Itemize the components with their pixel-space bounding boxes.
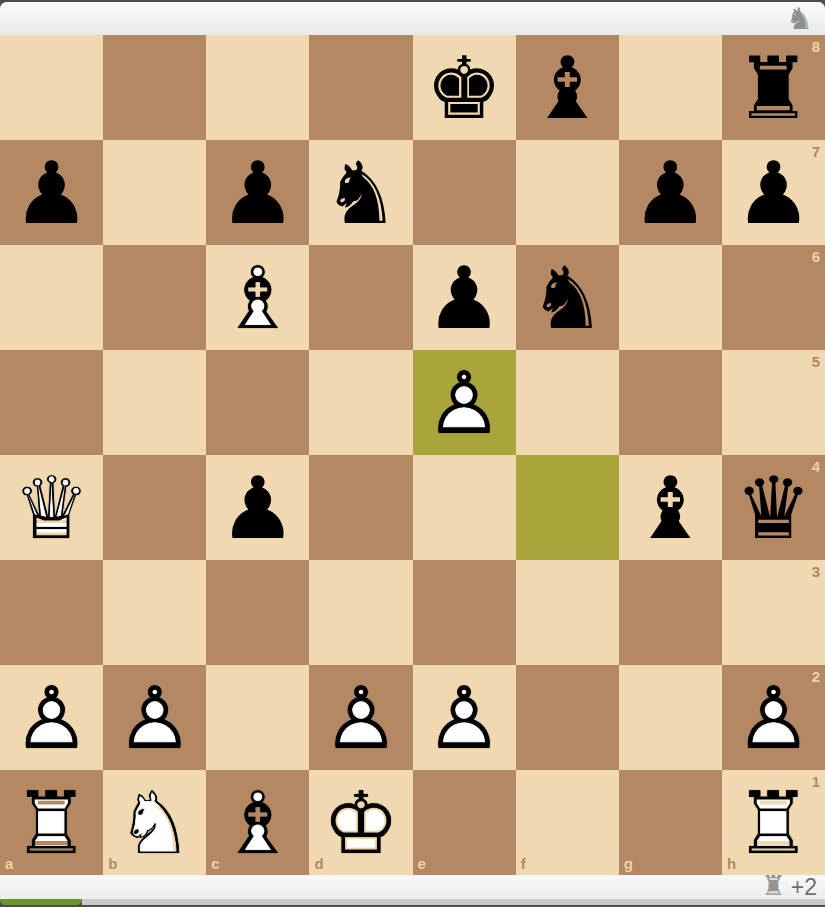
square-e4[interactable] — [413, 455, 516, 560]
square-f7[interactable] — [516, 140, 619, 245]
square-e6[interactable]: ♟ — [413, 245, 516, 350]
square-f1[interactable]: f — [516, 770, 619, 875]
white-piece-outline: ♔ — [322, 780, 399, 866]
progress-strip-gray — [82, 899, 825, 905]
white-rook[interactable]: ♜♖ — [0, 770, 103, 875]
square-c8[interactable] — [206, 35, 309, 140]
square-b1[interactable]: b♞♘ — [103, 770, 206, 875]
square-a2[interactable]: ♟♙ — [0, 665, 103, 770]
square-d6[interactable] — [309, 245, 412, 350]
black-piece-body: ♟ — [426, 255, 503, 341]
opponent-bar: ♞ — [0, 2, 825, 35]
square-c4[interactable]: ♟ — [206, 455, 309, 560]
white-piece-outline: ♙ — [426, 360, 503, 446]
square-a4[interactable]: ♛♕ — [0, 455, 103, 560]
white-piece-outline: ♕ — [13, 465, 90, 551]
square-d5[interactable] — [309, 350, 412, 455]
square-b4[interactable] — [103, 455, 206, 560]
square-h1[interactable]: 1h♜♖ — [722, 770, 825, 875]
square-a6[interactable] — [0, 245, 103, 350]
black-pawn[interactable]: ♟ — [413, 245, 516, 350]
progress-strip-green — [0, 899, 82, 905]
white-queen[interactable]: ♛♕ — [0, 455, 103, 560]
square-c3[interactable] — [206, 560, 309, 665]
white-piece-outline: ♗ — [219, 255, 296, 341]
rank-label-5: 5 — [812, 354, 820, 369]
white-pawn[interactable]: ♟♙ — [0, 665, 103, 770]
square-g3[interactable] — [619, 560, 722, 665]
black-piece-body: ♜ — [735, 45, 812, 131]
square-g4[interactable]: ♝ — [619, 455, 722, 560]
square-c2[interactable] — [206, 665, 309, 770]
file-label-g: g — [624, 856, 633, 871]
black-bishop[interactable]: ♝ — [516, 35, 619, 140]
material-advantage: +2 — [791, 876, 817, 899]
white-knight[interactable]: ♞♘ — [103, 770, 206, 875]
white-bishop[interactable]: ♝♗ — [206, 245, 309, 350]
square-f4[interactable] — [516, 455, 619, 560]
black-pawn[interactable]: ♟ — [206, 455, 309, 560]
square-a3[interactable] — [0, 560, 103, 665]
black-king[interactable]: ♚ — [413, 35, 516, 140]
square-e5[interactable]: ♟♙ — [413, 350, 516, 455]
white-piece-outline: ♙ — [13, 675, 90, 761]
white-king[interactable]: ♚♔ — [309, 770, 412, 875]
square-b6[interactable] — [103, 245, 206, 350]
square-h8[interactable]: 8♜ — [722, 35, 825, 140]
square-d8[interactable] — [309, 35, 412, 140]
square-g8[interactable] — [619, 35, 722, 140]
white-pawn[interactable]: ♟♙ — [309, 665, 412, 770]
square-g7[interactable]: ♟ — [619, 140, 722, 245]
white-pawn[interactable]: ♟♙ — [103, 665, 206, 770]
black-piece-body: ♟ — [219, 465, 296, 551]
square-e2[interactable]: ♟♙ — [413, 665, 516, 770]
rank-label-6: 6 — [812, 249, 820, 264]
captured-rook-icon: ♜ — [762, 872, 786, 899]
square-f2[interactable] — [516, 665, 619, 770]
black-knight[interactable]: ♞ — [516, 245, 619, 350]
black-pawn[interactable]: ♟ — [206, 140, 309, 245]
black-pawn[interactable]: ♟ — [619, 140, 722, 245]
square-e7[interactable] — [413, 140, 516, 245]
square-c6[interactable]: ♝♗ — [206, 245, 309, 350]
white-pawn[interactable]: ♟♙ — [413, 665, 516, 770]
white-piece-outline: ♙ — [426, 675, 503, 761]
square-a5[interactable] — [0, 350, 103, 455]
square-e3[interactable] — [413, 560, 516, 665]
square-e1[interactable]: e — [413, 770, 516, 875]
black-piece-body: ♝ — [529, 45, 606, 131]
black-piece-body: ♟ — [219, 150, 296, 236]
square-g2[interactable] — [619, 665, 722, 770]
square-a1[interactable]: a♜♖ — [0, 770, 103, 875]
white-rook[interactable]: ♜♖ — [722, 770, 825, 875]
square-b2[interactable]: ♟♙ — [103, 665, 206, 770]
player-bar: ♜ +2 — [0, 875, 825, 899]
white-piece-outline: ♙ — [322, 675, 399, 761]
square-g6[interactable] — [619, 245, 722, 350]
black-piece-body: ♛ — [735, 465, 812, 551]
white-piece-outline: ♘ — [116, 780, 193, 866]
square-g1[interactable]: g — [619, 770, 722, 875]
square-a8[interactable] — [0, 35, 103, 140]
rank-label-3: 3 — [812, 564, 820, 579]
square-b3[interactable] — [103, 560, 206, 665]
square-f5[interactable] — [516, 350, 619, 455]
square-d2[interactable]: ♟♙ — [309, 665, 412, 770]
white-piece-outline: ♙ — [735, 675, 812, 761]
white-piece-outline: ♖ — [13, 780, 90, 866]
black-piece-body: ♟ — [13, 150, 90, 236]
black-piece-body: ♝ — [632, 465, 709, 551]
black-queen[interactable]: ♛ — [722, 455, 825, 560]
file-label-e: e — [418, 856, 426, 871]
white-bishop[interactable]: ♝♗ — [206, 770, 309, 875]
square-g5[interactable] — [619, 350, 722, 455]
square-e8[interactable]: ♚ — [413, 35, 516, 140]
chess-board: ♚♝8♜♟♟♞♟7♟♝♗♟♞6♟♙5♛♕♟♝4♛3♟♙♟♙♟♙♟♙2♟♙a♜♖b… — [0, 35, 825, 875]
white-pawn[interactable]: ♟♙ — [413, 350, 516, 455]
white-pawn[interactable]: ♟♙ — [722, 665, 825, 770]
black-pawn[interactable]: ♟ — [722, 140, 825, 245]
square-h2[interactable]: 2♟♙ — [722, 665, 825, 770]
white-piece-outline: ♗ — [219, 780, 296, 866]
square-d1[interactable]: d♚♔ — [309, 770, 412, 875]
black-piece-body: ♞ — [322, 150, 399, 236]
square-f6[interactable]: ♞ — [516, 245, 619, 350]
square-h6[interactable]: 6 — [722, 245, 825, 350]
square-a7[interactable]: ♟ — [0, 140, 103, 245]
square-b7[interactable] — [103, 140, 206, 245]
square-c7[interactable]: ♟ — [206, 140, 309, 245]
black-piece-body: ♟ — [632, 150, 709, 236]
bottom-progress-strip — [0, 899, 825, 905]
white-piece-outline: ♙ — [116, 675, 193, 761]
square-d7[interactable]: ♞ — [309, 140, 412, 245]
black-rook[interactable]: ♜ — [722, 35, 825, 140]
square-f8[interactable]: ♝ — [516, 35, 619, 140]
black-pawn[interactable]: ♟ — [0, 140, 103, 245]
square-h3[interactable]: 3 — [722, 560, 825, 665]
black-piece-body: ♞ — [529, 255, 606, 341]
file-label-f: f — [521, 856, 526, 871]
square-f3[interactable] — [516, 560, 619, 665]
black-bishop[interactable]: ♝ — [619, 455, 722, 560]
square-c1[interactable]: c♝♗ — [206, 770, 309, 875]
square-h7[interactable]: 7♟ — [722, 140, 825, 245]
black-piece-body: ♚ — [426, 45, 503, 131]
black-piece-body: ♟ — [735, 150, 812, 236]
square-d4[interactable] — [309, 455, 412, 560]
black-knight[interactable]: ♞ — [309, 140, 412, 245]
square-d3[interactable] — [309, 560, 412, 665]
square-h5[interactable]: 5 — [722, 350, 825, 455]
square-c5[interactable] — [206, 350, 309, 455]
chess-app-frame: ♞ ♚♝8♜♟♟♞♟7♟♝♗♟♞6♟♙5♛♕♟♝4♛3♟♙♟♙♟♙♟♙2♟♙a♜… — [0, 0, 825, 907]
square-b8[interactable] — [103, 35, 206, 140]
square-b5[interactable] — [103, 350, 206, 455]
white-piece-outline: ♖ — [735, 780, 812, 866]
captured-knight-icon: ♞ — [786, 4, 813, 34]
square-h4[interactable]: 4♛ — [722, 455, 825, 560]
